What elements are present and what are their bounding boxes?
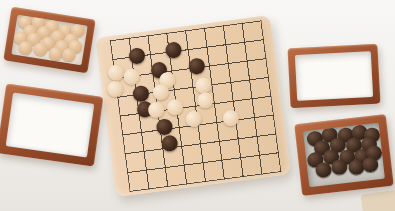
grid-cell[interactable]: [179, 125, 200, 146]
tray-stone-dark: [315, 162, 333, 179]
grid-cell[interactable]: [197, 122, 218, 143]
grid-cell[interactable]: [240, 155, 261, 176]
grid-cell[interactable]: [209, 63, 230, 84]
go-set-scene: [0, 0, 395, 211]
background-lid-corner: [361, 189, 395, 211]
tray-stone-dark: [361, 156, 379, 173]
grid-cell[interactable]: [206, 44, 227, 65]
grid-cell[interactable]: [244, 39, 265, 60]
grid-cell[interactable]: [202, 160, 223, 181]
grid-cell[interactable]: [230, 79, 251, 100]
grid-cell[interactable]: [247, 58, 268, 79]
box-lid-bottom-left: [0, 84, 103, 167]
grid-cell[interactable]: [259, 152, 280, 173]
light-stone-tray-interior: [11, 15, 87, 66]
empty-lid-interior: [6, 93, 95, 158]
grid-cell[interactable]: [204, 25, 225, 46]
empty-lid-interior: [295, 51, 373, 101]
grid-cell[interactable]: [221, 157, 242, 178]
grid-cell[interactable]: [242, 20, 263, 41]
stone-box-top-left: [3, 7, 95, 74]
grid-cell[interactable]: [211, 82, 232, 103]
grid-cell[interactable]: [185, 28, 206, 49]
grid-cell[interactable]: [228, 61, 249, 82]
grid-cell[interactable]: [127, 170, 148, 191]
grid-cell[interactable]: [249, 77, 270, 98]
grid-cell[interactable]: [251, 96, 272, 117]
grid-cell[interactable]: [143, 148, 164, 169]
box-lid-top-right: [287, 44, 380, 109]
grid-cell[interactable]: [225, 42, 246, 63]
grid-cell[interactable]: [219, 138, 240, 159]
grid-cell[interactable]: [223, 23, 244, 44]
grid-cell[interactable]: [256, 133, 277, 154]
tray-stone-dark: [331, 159, 349, 176]
grid-cell[interactable]: [181, 143, 202, 164]
grid-cell[interactable]: [120, 113, 141, 134]
grid-cell[interactable]: [110, 38, 131, 59]
grid-cell[interactable]: [146, 167, 167, 188]
go-board[interactable]: [95, 15, 290, 197]
stone-box-bottom-right: [294, 114, 394, 196]
grid-cell[interactable]: [122, 132, 143, 153]
grid-cell[interactable]: [165, 165, 186, 186]
grid-cell[interactable]: [184, 162, 205, 183]
grid-cell[interactable]: [200, 141, 221, 162]
board-grid: [110, 20, 282, 192]
grid-cell[interactable]: [238, 136, 259, 157]
grid-cell[interactable]: [125, 151, 146, 172]
grid-cell[interactable]: [254, 115, 275, 136]
dark-stone-tray-interior: [303, 123, 385, 187]
